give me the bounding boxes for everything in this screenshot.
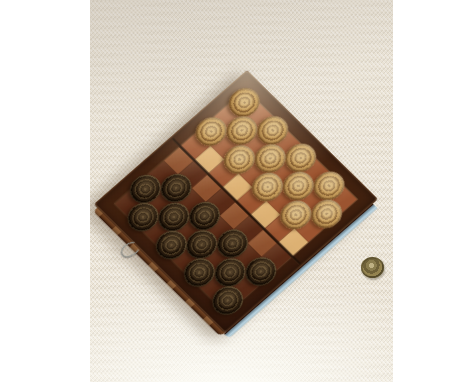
draughts-board xyxy=(94,70,378,333)
board-perspective-wrap xyxy=(94,70,378,333)
pieces-layer xyxy=(247,70,378,199)
photo-scene xyxy=(90,0,393,382)
right-white-margin xyxy=(393,0,468,382)
left-white-margin xyxy=(0,0,90,382)
brass-coin xyxy=(361,257,384,278)
